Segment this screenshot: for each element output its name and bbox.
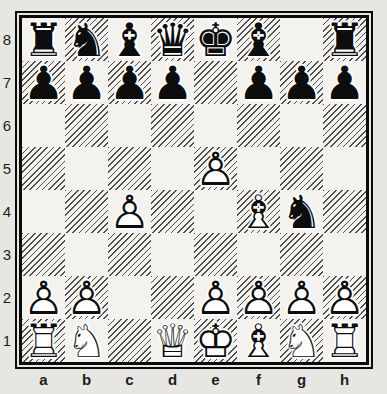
black-pawn-a7: ♟ [23, 60, 64, 106]
white-bishop-f1: ♗ [238, 318, 279, 364]
file-label-d: d [151, 371, 194, 391]
square-a1: ♜♖ [22, 319, 65, 362]
board-frame: ♜♞♝♛♚♝♜♟♟♟♟♟♟♟♟♙♟♙♝♗♞♟♙♟♙♟♙♟♙♟♙♟♙♜♖♞♘♛♕♚… [15, 11, 373, 369]
white-pawn-c4: ♙ [109, 189, 150, 235]
square-b6 [65, 104, 108, 147]
white-pawn-f2: ♙ [238, 275, 279, 321]
square-e8: ♚ [194, 18, 237, 61]
rank-label-3: 3 [0, 233, 14, 276]
white-knight-silhouette-b1: ♞ [66, 318, 107, 364]
square-d8: ♛ [151, 18, 194, 61]
white-pawn-a2: ♙ [23, 275, 64, 321]
square-a6 [22, 104, 65, 147]
square-h1: ♜♖ [323, 319, 366, 362]
square-a4 [22, 190, 65, 233]
square-d5 [151, 147, 194, 190]
square-e3 [194, 233, 237, 276]
square-a8: ♜ [22, 18, 65, 61]
square-b3 [65, 233, 108, 276]
square-h6 [323, 104, 366, 147]
square-b7: ♟ [65, 61, 108, 104]
square-h2: ♟♙ [323, 276, 366, 319]
rank-label-2: 2 [0, 276, 14, 319]
square-e7 [194, 61, 237, 104]
black-pawn-c7: ♟ [109, 60, 150, 106]
black-knight-b8: ♞ [66, 17, 107, 63]
rank-label-7: 7 [0, 61, 14, 104]
square-f7: ♟ [237, 61, 280, 104]
file-label-g: g [280, 371, 323, 391]
square-c8: ♝ [108, 18, 151, 61]
square-c3 [108, 233, 151, 276]
chess-board: ♜♞♝♛♚♝♜♟♟♟♟♟♟♟♟♙♟♙♝♗♞♟♙♟♙♟♙♟♙♟♙♟♙♜♖♞♘♛♕♚… [19, 15, 369, 365]
square-b5 [65, 147, 108, 190]
file-label-e: e [194, 371, 237, 391]
white-king-silhouette-e1: ♚ [195, 318, 236, 364]
white-pawn-b2: ♙ [66, 275, 107, 321]
square-g5 [280, 147, 323, 190]
white-pawn-h2: ♙ [324, 275, 365, 321]
square-f4: ♝♗ [237, 190, 280, 233]
rank-label-6: 6 [0, 104, 14, 147]
white-pawn-g2: ♙ [281, 275, 322, 321]
square-h8: ♜ [323, 18, 366, 61]
black-pawn-f7: ♟ [238, 60, 279, 106]
square-d7: ♟ [151, 61, 194, 104]
white-queen-d1: ♕ [152, 318, 193, 364]
square-b8: ♞ [65, 18, 108, 61]
square-g4: ♞ [280, 190, 323, 233]
black-bishop-c8: ♝ [109, 17, 150, 63]
black-knight-g4: ♞ [281, 189, 322, 235]
white-bishop-silhouette-f4: ♝ [238, 189, 279, 235]
black-rook-h8: ♜ [324, 17, 365, 63]
white-rook-silhouette-h1: ♜ [324, 318, 365, 364]
square-f8: ♝ [237, 18, 280, 61]
file-labels: abcdefgh [22, 371, 366, 391]
square-e4 [194, 190, 237, 233]
white-pawn-e5: ♙ [195, 146, 236, 192]
square-g3 [280, 233, 323, 276]
white-knight-b1: ♘ [66, 318, 107, 364]
square-a5 [22, 147, 65, 190]
square-d6 [151, 104, 194, 147]
black-pawn-h7: ♟ [324, 60, 365, 106]
white-pawn-silhouette-e2: ♟ [195, 275, 236, 321]
chess-diagram-page: 87654321 ♜♞♝♛♚♝♜♟♟♟♟♟♟♟♟♙♟♙♝♗♞♟♙♟♙♟♙♟♙♟♙… [0, 0, 387, 394]
black-queen-d8: ♛ [152, 17, 193, 63]
white-rook-h1: ♖ [324, 318, 365, 364]
square-a3 [22, 233, 65, 276]
black-bishop-f8: ♝ [238, 17, 279, 63]
square-c2 [108, 276, 151, 319]
white-knight-silhouette-g1: ♞ [281, 318, 322, 364]
square-a2: ♟♙ [22, 276, 65, 319]
square-f6 [237, 104, 280, 147]
white-pawn-silhouette-e5: ♟ [195, 146, 236, 192]
rank-label-8: 8 [0, 18, 14, 61]
square-c4: ♟♙ [108, 190, 151, 233]
square-b4 [65, 190, 108, 233]
square-e2: ♟♙ [194, 276, 237, 319]
white-pawn-silhouette-h2: ♟ [324, 275, 365, 321]
rank-label-5: 5 [0, 147, 14, 190]
rank-label-4: 4 [0, 190, 14, 233]
square-h4 [323, 190, 366, 233]
square-g8 [280, 18, 323, 61]
file-label-h: h [323, 371, 366, 391]
square-g1: ♞♘ [280, 319, 323, 362]
rank-labels: 87654321 [0, 18, 14, 362]
square-h3 [323, 233, 366, 276]
square-f2: ♟♙ [237, 276, 280, 319]
square-e1: ♚♔ [194, 319, 237, 362]
square-a7: ♟ [22, 61, 65, 104]
square-g7: ♟ [280, 61, 323, 104]
black-pawn-b7: ♟ [66, 60, 107, 106]
square-f1: ♝♗ [237, 319, 280, 362]
square-c7: ♟ [108, 61, 151, 104]
white-pawn-silhouette-f2: ♟ [238, 275, 279, 321]
square-e6 [194, 104, 237, 147]
square-d4 [151, 190, 194, 233]
square-g2: ♟♙ [280, 276, 323, 319]
square-b1: ♞♘ [65, 319, 108, 362]
black-rook-a8: ♜ [23, 17, 64, 63]
file-label-b: b [65, 371, 108, 391]
square-d2 [151, 276, 194, 319]
black-pawn-d7: ♟ [152, 60, 193, 106]
square-c6 [108, 104, 151, 147]
square-h5 [323, 147, 366, 190]
square-f5 [237, 147, 280, 190]
rank-label-1: 1 [0, 319, 14, 362]
white-pawn-silhouette-g2: ♟ [281, 275, 322, 321]
black-pawn-g7: ♟ [281, 60, 322, 106]
white-pawn-silhouette-b2: ♟ [66, 275, 107, 321]
white-pawn-silhouette-a2: ♟ [23, 275, 64, 321]
white-bishop-f4: ♗ [238, 189, 279, 235]
file-label-f: f [237, 371, 280, 391]
white-pawn-e2: ♙ [195, 275, 236, 321]
white-knight-g1: ♘ [281, 318, 322, 364]
white-queen-silhouette-d1: ♛ [152, 318, 193, 364]
square-d3 [151, 233, 194, 276]
white-rook-silhouette-a1: ♜ [23, 318, 64, 364]
square-g6 [280, 104, 323, 147]
white-bishop-silhouette-f1: ♝ [238, 318, 279, 364]
square-c5 [108, 147, 151, 190]
square-d1: ♛♕ [151, 319, 194, 362]
file-label-a: a [22, 371, 65, 391]
white-king-e1: ♔ [195, 318, 236, 364]
square-b2: ♟♙ [65, 276, 108, 319]
square-e5: ♟♙ [194, 147, 237, 190]
file-label-c: c [108, 371, 151, 391]
square-c1 [108, 319, 151, 362]
square-f3 [237, 233, 280, 276]
square-h7: ♟ [323, 61, 366, 104]
white-pawn-silhouette-c4: ♟ [109, 189, 150, 235]
black-king-e8: ♚ [195, 17, 236, 63]
white-rook-a1: ♖ [23, 318, 64, 364]
